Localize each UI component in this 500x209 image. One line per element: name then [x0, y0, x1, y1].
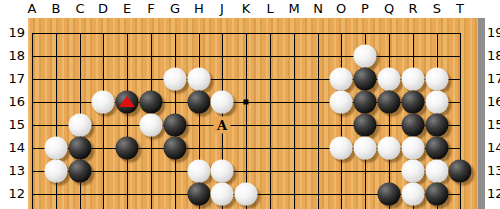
board-edge-shadow: [478, 18, 485, 209]
stone-white-H13[interactable]: [188, 160, 211, 183]
row-label-right-14: 14: [487, 140, 500, 156]
column-label-M: M: [284, 1, 304, 17]
grid-line-col-L: [270, 33, 271, 209]
row-label-left-13: 13: [0, 163, 25, 179]
stone-white-R13[interactable]: [402, 160, 425, 183]
point-label-A: A: [214, 117, 231, 134]
column-label-Q: Q: [379, 1, 399, 17]
stone-white-S13[interactable]: [426, 160, 449, 183]
stone-black-Q16[interactable]: [378, 91, 401, 114]
grid-line-col-M: [294, 33, 295, 209]
column-label-H: H: [189, 1, 209, 17]
stone-white-F15[interactable]: [140, 114, 163, 137]
grid-line-col-B: [56, 33, 57, 209]
stone-white-P18[interactable]: [354, 45, 377, 68]
grid-line-col-T: [460, 33, 461, 209]
stone-black-R16[interactable]: [402, 91, 425, 114]
stone-black-H16[interactable]: [188, 91, 211, 114]
stone-white-R14[interactable]: [402, 137, 425, 160]
column-label-A: A: [22, 1, 42, 17]
go-board[interactable]: A: [28, 18, 478, 209]
stone-white-C15[interactable]: [69, 114, 92, 137]
row-label-left-18: 18: [0, 48, 25, 64]
stone-white-G17[interactable]: [164, 68, 187, 91]
stone-black-S12[interactable]: [426, 183, 449, 206]
grid-line-row-13: [32, 171, 461, 172]
go-diagram: A ABCDEFGHJKLMNOPQRST 1918171615141312 1…: [0, 0, 500, 209]
stone-white-J12[interactable]: [211, 183, 234, 206]
stone-white-B13[interactable]: [45, 160, 68, 183]
row-label-left-15: 15: [0, 117, 25, 133]
stone-black-P15[interactable]: [354, 114, 377, 137]
row-label-left-16: 16: [0, 94, 25, 110]
stone-white-K12[interactable]: [235, 183, 258, 206]
row-label-right-15: 15: [487, 117, 500, 133]
grid-line-row-18: [32, 56, 461, 57]
grid-line-row-15: [32, 125, 461, 126]
stone-white-J13[interactable]: [211, 160, 234, 183]
stone-black-C14[interactable]: [69, 137, 92, 160]
grid-line-col-O: [341, 33, 342, 209]
column-label-F: F: [141, 1, 161, 17]
row-label-right-17: 17: [487, 71, 500, 87]
stone-white-O14[interactable]: [330, 137, 353, 160]
stone-white-H17[interactable]: [188, 68, 211, 91]
stone-white-O17[interactable]: [330, 68, 353, 91]
stone-white-P14[interactable]: [354, 137, 377, 160]
row-label-left-19: 19: [0, 25, 25, 41]
stone-white-S17[interactable]: [426, 68, 449, 91]
column-label-B: B: [46, 1, 66, 17]
stone-black-P16[interactable]: [354, 91, 377, 114]
column-label-R: R: [403, 1, 423, 17]
column-label-O: O: [331, 1, 351, 17]
row-label-left-12: 12: [0, 186, 25, 202]
column-label-T: T: [450, 1, 470, 17]
grid-line-col-D: [103, 33, 104, 209]
stone-white-Q17[interactable]: [378, 68, 401, 91]
star-point-K16: [244, 100, 249, 105]
column-label-J: J: [212, 1, 232, 17]
column-label-E: E: [117, 1, 137, 17]
column-label-S: S: [427, 1, 447, 17]
stone-black-G15[interactable]: [164, 114, 187, 137]
row-label-right-16: 16: [487, 94, 500, 110]
stone-white-J16[interactable]: [211, 91, 234, 114]
stone-white-D16[interactable]: [92, 91, 115, 114]
stone-black-H12[interactable]: [188, 183, 211, 206]
column-label-K: K: [236, 1, 256, 17]
column-label-N: N: [308, 1, 328, 17]
stone-white-O16[interactable]: [330, 91, 353, 114]
stone-white-S16[interactable]: [426, 91, 449, 114]
stone-white-Q14[interactable]: [378, 137, 401, 160]
column-label-C: C: [70, 1, 90, 17]
triangle-marker-E16: [119, 96, 135, 107]
row-label-right-13: 13: [487, 163, 500, 179]
column-label-P: P: [355, 1, 375, 17]
row-label-right-18: 18: [487, 48, 500, 64]
stone-black-S14[interactable]: [426, 137, 449, 160]
column-label-L: L: [260, 1, 280, 17]
grid-line-row-19: [32, 33, 461, 34]
stone-black-Q12[interactable]: [378, 183, 401, 206]
grid-line-col-N: [318, 33, 319, 209]
column-label-G: G: [165, 1, 185, 17]
stone-black-P17[interactable]: [354, 68, 377, 91]
row-label-right-12: 12: [487, 186, 500, 202]
column-label-D: D: [93, 1, 113, 17]
row-label-right-19: 19: [487, 25, 500, 41]
stone-black-C13[interactable]: [69, 160, 92, 183]
stone-black-G14[interactable]: [164, 137, 187, 160]
stone-black-E14[interactable]: [116, 137, 139, 160]
stone-black-R15[interactable]: [402, 114, 425, 137]
stone-black-S15[interactable]: [426, 114, 449, 137]
row-label-left-14: 14: [0, 140, 25, 156]
stone-white-R17[interactable]: [402, 68, 425, 91]
grid-line-col-E: [127, 33, 128, 209]
stone-black-F16[interactable]: [140, 91, 163, 114]
row-label-left-17: 17: [0, 71, 25, 87]
stone-white-B14[interactable]: [45, 137, 68, 160]
stone-black-T13[interactable]: [449, 160, 472, 183]
stone-white-R12[interactable]: [402, 183, 425, 206]
grid-line-col-A: [32, 33, 33, 209]
